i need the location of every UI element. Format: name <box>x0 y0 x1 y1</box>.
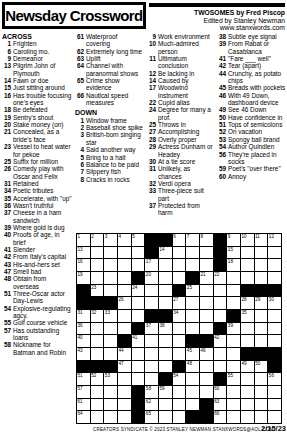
grid-cell[interactable] <box>104 247 117 259</box>
grid-cell[interactable] <box>145 348 158 360</box>
grid-cell[interactable] <box>132 297 145 309</box>
grid-cell[interactable] <box>186 399 199 411</box>
cell-number: 44 <box>119 348 124 353</box>
clue-text: Actress Dunham or Headey <box>158 143 215 158</box>
grid-cell[interactable] <box>91 247 104 259</box>
grid-cell[interactable]: 8 <box>200 234 213 246</box>
grid-cell[interactable]: 22 <box>214 272 227 284</box>
grid-cell[interactable]: 14 <box>159 247 172 259</box>
grid-cell[interactable]: 1 <box>77 234 90 246</box>
clue-number: 14 <box>2 77 13 84</box>
grid-cell[interactable]: 24 <box>132 285 145 297</box>
grid-cell[interactable] <box>132 373 145 385</box>
grid-cell[interactable] <box>118 310 131 322</box>
grid-cell[interactable]: 33 <box>104 310 117 322</box>
cell-number: 39 <box>228 323 233 328</box>
grid-cell[interactable] <box>241 399 254 411</box>
cell-number: 22 <box>214 272 219 277</box>
grid-cell[interactable] <box>241 247 254 259</box>
grid-cell[interactable] <box>159 399 172 411</box>
grid-cell[interactable] <box>241 323 254 335</box>
clue-text: Degree for many a prof. <box>158 106 215 121</box>
black-square <box>241 348 254 360</box>
grid-cell[interactable] <box>132 361 145 373</box>
black-square <box>173 361 186 373</box>
grid-cell[interactable]: 65 <box>145 411 158 423</box>
clue-item: 22Cupid alias <box>147 99 215 106</box>
clue-item: 9Demeanor <box>2 55 73 62</box>
grid-cell[interactable] <box>118 386 131 398</box>
clue-item: 47Smell bad <box>2 268 73 275</box>
grid-cell[interactable]: 30 <box>268 297 281 309</box>
grid-cell[interactable]: 19 <box>77 272 90 284</box>
clue-number: 51 <box>2 290 13 305</box>
grid-cell[interactable]: 45 <box>186 348 199 360</box>
clue-number: 25 <box>147 121 158 128</box>
grid-cell[interactable] <box>268 272 281 284</box>
grid-cell[interactable] <box>241 373 254 385</box>
clue-text: Nautical speed measures <box>86 92 143 107</box>
cell-number: 47 <box>119 361 124 366</box>
clue-number: 1 <box>75 117 86 124</box>
grid-cell[interactable] <box>159 297 172 309</box>
clue-item: 24Degree for many a prof. <box>147 106 215 121</box>
grid-cell[interactable] <box>91 348 104 360</box>
clue-number: 12 <box>147 70 158 77</box>
clue-number: 36 <box>2 202 13 209</box>
clue-number: 6 <box>75 161 86 168</box>
grid-cell[interactable] <box>132 348 145 360</box>
grid-cell[interactable]: 56 <box>268 373 281 385</box>
grid-cell[interactable]: 60 <box>214 386 227 398</box>
grid-cell[interactable] <box>91 386 104 398</box>
grid-cell[interactable] <box>132 247 145 259</box>
grid-cell[interactable] <box>118 272 131 284</box>
grid-cell[interactable] <box>118 399 131 411</box>
clue-item: 54Author Quindlen <box>217 143 286 150</box>
grid-cell[interactable]: 3 <box>104 234 117 246</box>
grid-cell[interactable] <box>200 285 213 297</box>
grid-cell[interactable]: 61 <box>77 399 90 411</box>
grid-cell[interactable] <box>173 272 186 284</box>
cell-number: 9 <box>228 234 231 239</box>
grid-cell[interactable]: 2 <box>91 234 104 246</box>
grid-cell[interactable]: 26 <box>118 297 131 309</box>
grid-cell[interactable]: 36 <box>77 323 90 335</box>
cell-number: 4 <box>119 234 122 239</box>
grid-cell[interactable] <box>241 386 254 398</box>
grid-cell[interactable]: 25 <box>186 285 199 297</box>
grid-cell[interactable] <box>214 285 227 297</box>
grid-cell[interactable] <box>200 310 213 322</box>
grid-cell[interactable] <box>145 297 158 309</box>
clue-text: Crunchy, as potato chips <box>228 70 286 85</box>
cell-number: 66 <box>214 411 219 416</box>
grid-cell[interactable] <box>227 335 240 347</box>
black-square <box>268 285 281 297</box>
grid-cell[interactable] <box>118 411 131 423</box>
grid-cell[interactable] <box>214 297 227 309</box>
grid-cell[interactable]: 13 <box>77 247 90 259</box>
clue-item: 42Tear (apart) <box>217 62 286 69</box>
clue-number: 57 <box>2 327 13 342</box>
clue-number: 37 <box>2 209 13 224</box>
grid-cell[interactable] <box>104 411 117 423</box>
clue-column-across: ACROSS1Frighten6Caroling mo.9Demeanor13P… <box>2 33 73 356</box>
grid-cell[interactable] <box>255 247 268 259</box>
grid-cell[interactable] <box>91 335 104 347</box>
grid-cell[interactable] <box>255 259 268 271</box>
grid-cell[interactable] <box>255 272 268 284</box>
clue-item: 6Balance to be paid <box>75 161 143 168</box>
clue-text: Poetic tributes <box>13 187 73 194</box>
grid-cell[interactable]: 51 <box>77 373 90 385</box>
grid-cell[interactable]: 7 <box>186 234 199 246</box>
clue-item: 19Sentry's shout <box>2 114 73 121</box>
grid-cell[interactable] <box>186 373 199 385</box>
cell-number: 61 <box>78 399 83 404</box>
grid-cell[interactable] <box>214 348 227 360</box>
grid-cell[interactable]: 53 <box>104 373 117 385</box>
clue-number: 27 <box>147 128 158 135</box>
grid-cell[interactable] <box>118 247 131 259</box>
grid-cell[interactable] <box>104 323 117 335</box>
grid-cell[interactable] <box>173 386 186 398</box>
grid-cell[interactable] <box>200 361 213 373</box>
grid-cell[interactable] <box>159 272 172 284</box>
grid-cell[interactable]: 63 <box>214 399 227 411</box>
grid-cell[interactable] <box>104 335 117 347</box>
clue-number: 42 <box>2 253 13 260</box>
clue-text: Proofs of age, in brief <box>13 231 73 246</box>
grid-cell[interactable]: 46 <box>200 348 213 360</box>
grid-cell[interactable]: 34 <box>173 310 186 322</box>
grid-cell[interactable] <box>268 335 281 347</box>
grid-cell[interactable]: 17 <box>145 259 158 271</box>
grid-cell[interactable] <box>186 323 199 335</box>
cell-number: 40 <box>78 335 83 340</box>
grid-cell[interactable] <box>227 399 240 411</box>
grid-cell[interactable] <box>227 272 240 284</box>
clue-text: Spongy ball brand <box>228 136 286 143</box>
clue-item: 12Be lacking in <box>147 70 215 77</box>
grid-cell[interactable] <box>186 310 199 322</box>
grid-cell[interactable] <box>104 259 117 271</box>
grid-cell[interactable] <box>255 399 268 411</box>
grid-cell[interactable] <box>200 259 213 271</box>
grid-cell[interactable]: 16 <box>77 259 90 271</box>
clue-text: Window frame <box>86 117 143 124</box>
grid-cell[interactable] <box>173 348 186 360</box>
clue-item: 58Nickname for Batman and Robin <box>2 341 73 356</box>
grid-cell[interactable] <box>173 247 186 259</box>
grid-cell[interactable]: 43 <box>77 348 90 360</box>
cell-number: 3 <box>105 234 108 239</box>
cell-number: 32 <box>91 310 96 315</box>
grid-cell[interactable]: 12 <box>268 234 281 246</box>
grid-cell[interactable] <box>255 310 268 322</box>
clue-number: 41 <box>2 246 13 253</box>
grid-cell[interactable] <box>159 285 172 297</box>
black-square <box>132 411 145 423</box>
grid-cell[interactable] <box>173 335 186 347</box>
clue-item: 34Poetic tributes <box>2 187 73 194</box>
clue-number: 13 <box>2 62 13 77</box>
black-square <box>200 335 213 347</box>
clue-number: 52 <box>217 128 228 135</box>
grid-cell[interactable] <box>227 285 240 297</box>
grid-cell[interactable] <box>118 373 131 385</box>
grid-cell[interactable]: 5 <box>132 234 145 246</box>
clue-text: Sentry's shout <box>13 114 73 121</box>
clue-text: Frighten <box>13 40 73 47</box>
cell-number: 23 <box>91 285 96 290</box>
grid-cell[interactable]: 37 <box>145 323 158 335</box>
grid-cell[interactable] <box>91 272 104 284</box>
grid-cell[interactable]: 20 <box>145 272 158 284</box>
grid-cell[interactable] <box>145 361 158 373</box>
grid-cell[interactable]: 52 <box>91 373 104 385</box>
black-square <box>145 247 158 259</box>
grid-cell[interactable]: 23 <box>91 285 104 297</box>
grid-cell[interactable] <box>241 411 254 423</box>
grid-cell[interactable] <box>104 285 117 297</box>
clue-item: 39Where gold is dug <box>2 224 73 231</box>
cell-number: 18 <box>228 259 233 264</box>
clue-item: 9Work environment <box>147 33 215 40</box>
clue-text: Cheese in a ham sandwich <box>13 209 73 224</box>
grid-cell[interactable] <box>227 348 240 360</box>
grid-cell[interactable] <box>91 411 104 423</box>
grid-cell[interactable] <box>227 386 240 398</box>
black-square <box>159 373 172 385</box>
grid-cell[interactable]: 10 <box>241 234 254 246</box>
grid-cell[interactable] <box>255 386 268 398</box>
clue-text: Has trouble focusing one's eyes <box>13 92 73 107</box>
grid-cell[interactable] <box>145 285 158 297</box>
grid-cell[interactable] <box>132 259 145 271</box>
grid-cell[interactable] <box>104 386 117 398</box>
black-square <box>241 285 254 297</box>
grid-cell[interactable] <box>159 411 172 423</box>
clue-item: 59Poet's "over there" <box>217 165 286 172</box>
grid-cell[interactable] <box>104 272 117 284</box>
clue-text: Have confidence in <box>228 114 286 121</box>
grid-cell[interactable] <box>91 259 104 271</box>
grid-cell[interactable]: 47 <box>118 361 131 373</box>
cell-number: 28 <box>242 297 247 302</box>
grid-cell[interactable] <box>159 348 172 360</box>
cell-number: 17 <box>146 259 151 264</box>
grid-cell[interactable] <box>241 259 254 271</box>
grid-cell[interactable]: 62 <box>145 399 158 411</box>
grid-cell[interactable] <box>255 373 268 385</box>
grid-cell[interactable] <box>104 399 117 411</box>
clue-text: Protected from harm <box>158 202 215 217</box>
grid-cell[interactable] <box>255 335 268 347</box>
clue-number: 31 <box>147 165 158 180</box>
grid-cell[interactable] <box>186 386 199 398</box>
grid-cell[interactable] <box>268 399 281 411</box>
cell-number: 12 <box>269 234 274 239</box>
grid-cell[interactable]: 54 <box>173 373 186 385</box>
grid-cell[interactable]: 55 <box>227 373 240 385</box>
grid-cell[interactable]: 6 <box>173 234 186 246</box>
grid-cell[interactable]: 49 <box>241 361 254 373</box>
black-square <box>159 234 172 246</box>
grid-cell[interactable] <box>91 323 104 335</box>
clue-item: 36Wasn't truthful <box>2 202 73 209</box>
byline: TWOSOMES by Fred Piscop Edited by Stanle… <box>194 9 285 32</box>
grid-cell[interactable]: 64 <box>77 411 90 423</box>
clue-number: 45 <box>217 84 228 91</box>
grid-cell[interactable]: 38 <box>159 323 172 335</box>
grid-cell[interactable]: 59 <box>159 386 172 398</box>
black-square <box>145 310 158 322</box>
grid-cell[interactable] <box>227 361 240 373</box>
clue-number: 16 <box>2 92 13 107</box>
grid-cell[interactable]: 27 <box>173 297 186 309</box>
grid-cell[interactable]: 41 <box>132 335 145 347</box>
grid-cell[interactable]: 66 <box>214 411 227 423</box>
grid-cell[interactable] <box>241 272 254 284</box>
clue-number: 18 <box>2 106 13 113</box>
grid-cell[interactable] <box>159 361 172 373</box>
grid-cell[interactable] <box>91 399 104 411</box>
grid-cell[interactable] <box>200 323 213 335</box>
grid-cell[interactable] <box>145 335 158 347</box>
grid-cell[interactable] <box>200 297 213 309</box>
grid-cell[interactable] <box>118 259 131 271</box>
grid-cell[interactable] <box>173 259 186 271</box>
black-square <box>227 310 240 322</box>
clue-number: 59 <box>217 165 228 172</box>
clue-item: 13Pilgrim John of Plymouth <box>2 62 73 77</box>
black-square <box>173 285 186 297</box>
clue-item: 41Slender <box>2 246 73 253</box>
clue-text: Work environment <box>158 33 215 40</box>
cell-number: 1 <box>78 234 81 239</box>
grid-cell[interactable] <box>104 348 117 360</box>
grid-cell[interactable] <box>255 411 268 423</box>
cell-number: 42 <box>214 335 219 340</box>
grid-cell[interactable] <box>173 323 186 335</box>
grid-cell[interactable] <box>227 297 240 309</box>
grid-cell[interactable] <box>214 310 227 322</box>
newspaper-title: Newsday Crossword <box>2 2 146 29</box>
clue-text: With 49 Down, dashboard device <box>228 92 286 107</box>
clue-text: Explosive-regulating agcy. <box>13 305 73 320</box>
black-square <box>118 335 131 347</box>
grid-cell[interactable] <box>200 373 213 385</box>
grid-cell[interactable]: 11 <box>255 234 268 246</box>
grid-cell[interactable]: 50 <box>255 361 268 373</box>
grid-cell[interactable] <box>132 310 145 322</box>
grid-cell[interactable]: 40 <box>77 335 90 347</box>
clue-item: 64Channel with paranormal shows <box>75 62 143 77</box>
grid-cell[interactable]: 28 <box>241 297 254 309</box>
grid-cell[interactable] <box>118 285 131 297</box>
grid-cell[interactable]: 32 <box>91 310 104 322</box>
clue-text: Nickname for Batman and Robin <box>13 341 73 356</box>
grid-cell[interactable]: 15 <box>227 247 240 259</box>
grid-cell[interactable]: 9 <box>227 234 240 246</box>
clue-item: 41"Fare ___ well" <box>217 55 286 62</box>
grid-cell[interactable] <box>200 386 213 398</box>
grid-cell[interactable]: 48 <box>186 361 199 373</box>
clue-number: 7 <box>75 168 86 175</box>
grid-cell[interactable] <box>214 361 227 373</box>
black-square <box>214 323 227 335</box>
clue-text: Vessel to heat water for pekoe <box>13 143 73 158</box>
grid-cell[interactable] <box>173 411 186 423</box>
clue-item: 46With 49 Down, dashboard device <box>217 92 286 107</box>
puzzle-title: TWOSOMES by Fred Piscop <box>194 9 285 17</box>
clue-number: 51 <box>217 121 228 128</box>
grid-cell[interactable] <box>159 335 172 347</box>
cell-number: 43 <box>78 348 83 353</box>
grid-cell[interactable] <box>186 297 199 309</box>
grid-cell[interactable] <box>268 323 281 335</box>
grid-cell[interactable] <box>268 259 281 271</box>
clue-number: 21 <box>2 128 13 143</box>
grid-cell[interactable] <box>200 247 213 259</box>
grid-cell[interactable]: 58 <box>145 386 158 398</box>
grid-cell[interactable] <box>227 411 240 423</box>
grid-cell[interactable] <box>268 411 281 423</box>
cell-number: 58 <box>146 386 151 391</box>
grid-cell[interactable] <box>173 399 186 411</box>
grid-cell[interactable] <box>268 310 281 322</box>
grid-cell[interactable]: 44 <box>118 348 131 360</box>
cell-number: 53 <box>105 373 110 378</box>
clue-text: Where gold is dug <box>13 224 73 231</box>
black-square <box>145 234 158 246</box>
grid-cell[interactable] <box>159 259 172 271</box>
grid-cell[interactable] <box>186 259 199 271</box>
grid-cell[interactable]: 21 <box>200 272 213 284</box>
grid-cell[interactable]: 35 <box>241 310 254 322</box>
clue-text: Accomplishing <box>158 128 215 135</box>
cell-number: 26 <box>119 297 124 302</box>
grid-cell[interactable]: 57 <box>77 386 90 398</box>
grid-cell[interactable] <box>255 323 268 335</box>
grid-cell[interactable]: 31 <box>77 310 90 322</box>
black-square <box>132 399 145 411</box>
cell-number: 64 <box>78 411 83 416</box>
grid-cell[interactable] <box>186 247 199 259</box>
grid-cell[interactable]: 42 <box>214 335 227 347</box>
grid-cell[interactable]: 39 <box>227 323 240 335</box>
grid-cell[interactable] <box>268 386 281 398</box>
clue-item: 5Bring to a halt <box>75 154 143 161</box>
clue-number: 29 <box>147 143 158 158</box>
clue-text: Slippery fish <box>86 168 143 175</box>
cell-number: 38 <box>160 323 165 328</box>
clue-text: Waterproof covering <box>86 33 143 48</box>
grid-cell[interactable] <box>268 247 281 259</box>
grid-cell[interactable] <box>241 335 254 347</box>
grid-cell[interactable] <box>145 373 158 385</box>
grid-cell[interactable] <box>118 323 131 335</box>
grid-cell[interactable]: 18 <box>227 259 240 271</box>
clue-item: 44Crunchy, as potato chips <box>217 70 286 85</box>
grid-cell[interactable]: 29 <box>255 297 268 309</box>
clue-item: 61Waterproof covering <box>75 33 143 48</box>
clue-number: 64 <box>75 62 86 77</box>
grid-cell[interactable]: 4 <box>118 234 131 246</box>
clue-number: 65 <box>75 77 86 92</box>
